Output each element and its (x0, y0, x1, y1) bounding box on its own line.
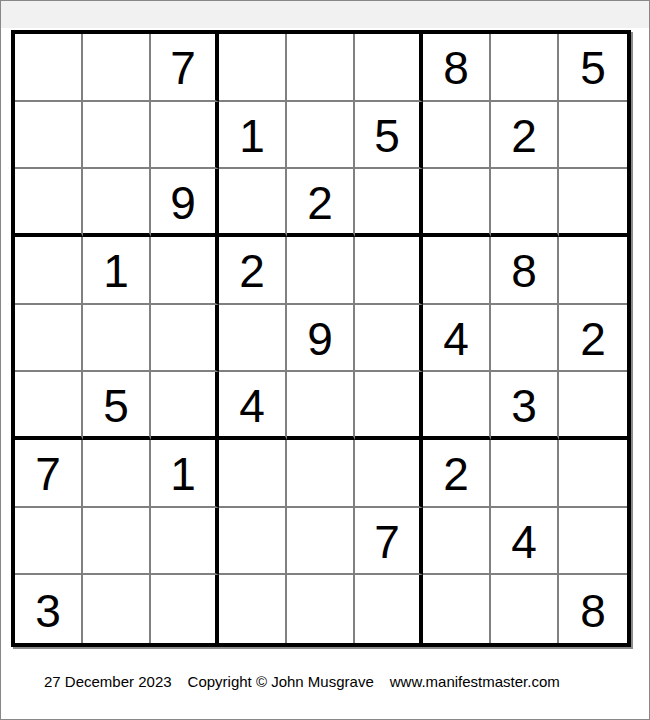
sudoku-cell-r1c7: 8 (423, 34, 491, 102)
sudoku-cell-r8c8: 4 (491, 508, 559, 576)
sudoku-cell-r4c6 (355, 237, 423, 305)
sudoku-cell-r5c6 (355, 305, 423, 373)
sudoku-cell-r7c9 (559, 440, 627, 508)
sudoku-cell-r2c1 (15, 102, 83, 170)
sudoku-cell-r3c7 (423, 169, 491, 237)
sudoku-cell-r3c8 (491, 169, 559, 237)
footer-copyright: Copyright © John Musgrave (188, 672, 374, 692)
sudoku-cell-r1c9: 5 (559, 34, 627, 102)
sudoku-cell-r2c2 (83, 102, 151, 170)
page-header-strip (1, 1, 649, 28)
sudoku-cell-r3c4 (219, 169, 287, 237)
sudoku-cell-r1c8 (491, 34, 559, 102)
sudoku-cell-r9c5 (287, 575, 355, 643)
sudoku-cell-r7c4 (219, 440, 287, 508)
sudoku-cell-r5c8 (491, 305, 559, 373)
sudoku-cell-r3c1 (15, 169, 83, 237)
sudoku-cell-r4c1 (15, 237, 83, 305)
sudoku-cell-r8c1 (15, 508, 83, 576)
sudoku-cell-r4c7 (423, 237, 491, 305)
sudoku-cell-r8c2 (83, 508, 151, 576)
sudoku-cell-r8c9 (559, 508, 627, 576)
sudoku-cell-r7c8 (491, 440, 559, 508)
footer: 27 December 2023 Copyright © John Musgra… (44, 672, 560, 692)
sudoku-cell-r5c1 (15, 305, 83, 373)
sudoku-cell-r1c6 (355, 34, 423, 102)
sudoku-cell-r3c9 (559, 169, 627, 237)
sudoku-cell-r2c7 (423, 102, 491, 170)
sudoku-cell-r8c7 (423, 508, 491, 576)
sudoku-cell-r3c3: 9 (151, 169, 219, 237)
sudoku-cell-r7c7: 2 (423, 440, 491, 508)
sudoku-cell-r2c5 (287, 102, 355, 170)
sudoku-cell-r2c8: 2 (491, 102, 559, 170)
sudoku-cell-r4c2: 1 (83, 237, 151, 305)
sudoku-cell-r9c6 (355, 575, 423, 643)
sudoku-cell-r5c4 (219, 305, 287, 373)
sudoku-cell-r7c6 (355, 440, 423, 508)
sudoku-cell-r9c8 (491, 575, 559, 643)
sudoku-cell-r2c3 (151, 102, 219, 170)
sudoku-cell-r4c4: 2 (219, 237, 287, 305)
sudoku-cell-r2c9 (559, 102, 627, 170)
sudoku-cell-r5c2 (83, 305, 151, 373)
sudoku-cell-r3c5: 2 (287, 169, 355, 237)
sudoku-cell-r1c2 (83, 34, 151, 102)
sudoku-cell-r9c1: 3 (15, 575, 83, 643)
sudoku-cell-r8c5 (287, 508, 355, 576)
sudoku-cell-r6c8: 3 (491, 372, 559, 440)
sudoku-cell-r1c1 (15, 34, 83, 102)
sudoku-cell-r7c3: 1 (151, 440, 219, 508)
sudoku-cell-r5c7: 4 (423, 305, 491, 373)
sudoku-cell-r8c6: 7 (355, 508, 423, 576)
sudoku-cell-r9c4 (219, 575, 287, 643)
sudoku-cell-r7c1: 7 (15, 440, 83, 508)
sudoku-cell-r9c7 (423, 575, 491, 643)
footer-date: 27 December 2023 (44, 672, 172, 692)
sudoku-cell-r2c4: 1 (219, 102, 287, 170)
sudoku-cell-r4c8: 8 (491, 237, 559, 305)
page-frame: 785152921289425437127438 27 December 202… (0, 0, 650, 720)
sudoku-cell-r1c3: 7 (151, 34, 219, 102)
sudoku-cell-r5c3 (151, 305, 219, 373)
sudoku-cell-r6c1 (15, 372, 83, 440)
sudoku-cell-r7c5 (287, 440, 355, 508)
sudoku-cell-r6c6 (355, 372, 423, 440)
sudoku-cell-r6c4: 4 (219, 372, 287, 440)
sudoku-cell-r7c2 (83, 440, 151, 508)
sudoku-cell-r6c3 (151, 372, 219, 440)
sudoku-cell-r9c3 (151, 575, 219, 643)
sudoku-cell-r1c5 (287, 34, 355, 102)
sudoku-cell-r4c5 (287, 237, 355, 305)
sudoku-cell-r5c5: 9 (287, 305, 355, 373)
sudoku-board: 785152921289425437127438 (11, 30, 631, 647)
sudoku-cell-r1c4 (219, 34, 287, 102)
sudoku-cell-r8c3 (151, 508, 219, 576)
sudoku-cell-r9c2 (83, 575, 151, 643)
sudoku-cell-r2c6: 5 (355, 102, 423, 170)
sudoku-cell-r9c9: 8 (559, 575, 627, 643)
sudoku-cell-r3c2 (83, 169, 151, 237)
sudoku-cell-r6c5 (287, 372, 355, 440)
sudoku-cell-r5c9: 2 (559, 305, 627, 373)
sudoku-cell-r6c9 (559, 372, 627, 440)
footer-website: www.manifestmaster.com (390, 672, 560, 692)
sudoku-cell-r6c7 (423, 372, 491, 440)
sudoku-cell-r8c4 (219, 508, 287, 576)
sudoku-cell-r4c3 (151, 237, 219, 305)
sudoku-cell-r4c9 (559, 237, 627, 305)
sudoku-cell-r6c2: 5 (83, 372, 151, 440)
sudoku-cell-r3c6 (355, 169, 423, 237)
